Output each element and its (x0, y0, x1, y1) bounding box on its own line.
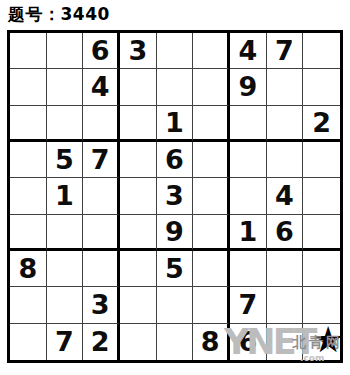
sudoku-cell-given: 4 (230, 33, 267, 69)
sudoku-cell-empty[interactable] (120, 215, 157, 251)
sudoku-cell-empty[interactable] (193, 287, 230, 323)
sudoku-cell-empty[interactable] (303, 215, 340, 251)
sudoku-cell-given: 1 (157, 106, 194, 142)
sudoku-cell-empty[interactable] (193, 142, 230, 178)
sudoku-cell-given: 3 (83, 287, 120, 323)
sudoku-cell-empty[interactable] (120, 106, 157, 142)
sudoku-cell-empty[interactable] (193, 33, 230, 69)
sudoku-cell-empty[interactable] (10, 69, 47, 105)
sudoku-cell-empty[interactable] (47, 33, 84, 69)
sudoku-cell-empty[interactable] (303, 69, 340, 105)
sudoku-cell-empty[interactable] (120, 287, 157, 323)
sudoku-cell-empty[interactable] (120, 324, 157, 360)
sudoku-cell-empty[interactable] (10, 324, 47, 360)
sudoku-cell-empty[interactable] (83, 215, 120, 251)
sudoku-cell-empty[interactable] (157, 287, 194, 323)
sudoku-cell-given: 4 (83, 69, 120, 105)
sudoku-cell-empty[interactable] (303, 178, 340, 214)
sudoku-cell-empty[interactable] (157, 69, 194, 105)
sudoku-cell-empty[interactable] (10, 106, 47, 142)
sudoku-cell-empty[interactable] (193, 251, 230, 287)
sudoku-cell-given: 7 (230, 287, 267, 323)
sudoku-cell-given: 6 (267, 215, 304, 251)
sudoku-cell-empty[interactable] (157, 33, 194, 69)
sudoku-cell-empty[interactable] (47, 215, 84, 251)
sudoku-cell-given: 5 (157, 251, 194, 287)
sudoku-cell-empty[interactable] (303, 251, 340, 287)
sudoku-cell-given: 7 (47, 324, 84, 360)
sudoku-cell-given: 7 (83, 142, 120, 178)
sudoku-cell-empty[interactable] (267, 287, 304, 323)
sudoku-cell-given: 9 (157, 215, 194, 251)
sudoku-cell-empty[interactable] (120, 178, 157, 214)
sudoku-cell-empty[interactable] (193, 106, 230, 142)
sudoku-cell-empty[interactable] (303, 142, 340, 178)
sudoku-cell-empty[interactable] (47, 251, 84, 287)
sudoku-cell-empty[interactable] (120, 142, 157, 178)
sudoku-cell-empty[interactable] (230, 251, 267, 287)
sudoku-cell-given: 8 (10, 251, 47, 287)
sudoku-cell-empty[interactable] (10, 178, 47, 214)
sudoku-cell-empty[interactable] (193, 69, 230, 105)
sudoku-cell-given: 1 (47, 178, 84, 214)
ynet-watermark: YNET .com ★ 北青网 (224, 329, 350, 365)
sudoku-cell-empty[interactable] (83, 251, 120, 287)
sudoku-cell-given: 2 (83, 324, 120, 360)
sudoku-board: 6347491257613491685377286 (7, 30, 343, 363)
sudoku-cell-empty[interactable] (230, 178, 267, 214)
sudoku-cell-given: 2 (303, 106, 340, 142)
sudoku-cell-empty[interactable] (230, 142, 267, 178)
sudoku-cell-empty[interactable] (10, 215, 47, 251)
sudoku-cell-empty[interactable] (193, 215, 230, 251)
sudoku-cell-empty[interactable] (47, 106, 84, 142)
sudoku-cell-given: 4 (267, 178, 304, 214)
puzzle-title: 题号：3440 (8, 3, 110, 26)
sudoku-cell-empty[interactable] (83, 178, 120, 214)
sudoku-cell-empty[interactable] (267, 106, 304, 142)
sudoku-cell-given: 9 (230, 69, 267, 105)
sudoku-cell-empty[interactable] (120, 251, 157, 287)
sudoku-cell-empty[interactable] (120, 69, 157, 105)
sudoku-cell-empty[interactable] (193, 178, 230, 214)
watermark-cn-name: 北青网 (292, 334, 343, 352)
sudoku-cell-empty[interactable] (47, 69, 84, 105)
sudoku-cell-given: 3 (157, 178, 194, 214)
sudoku-cell-empty[interactable] (10, 33, 47, 69)
sudoku-cell-empty[interactable] (267, 142, 304, 178)
sudoku-cell-given: 6 (157, 142, 194, 178)
sudoku-cell-empty[interactable] (267, 69, 304, 105)
sudoku-cell-empty[interactable] (157, 324, 194, 360)
sudoku-cell-given: 3 (120, 33, 157, 69)
sudoku-cell-empty[interactable] (267, 251, 304, 287)
sudoku-cell-empty[interactable] (303, 33, 340, 69)
sudoku-cell-given: 6 (83, 33, 120, 69)
sudoku-cell-empty[interactable] (10, 287, 47, 323)
sudoku-cell-given: 5 (47, 142, 84, 178)
sudoku-cell-given: 1 (230, 215, 267, 251)
sudoku-cell-empty[interactable] (47, 287, 84, 323)
sudoku-cell-empty[interactable] (10, 142, 47, 178)
sudoku-cell-given: 7 (267, 33, 304, 69)
sudoku-cell-empty[interactable] (230, 106, 267, 142)
sudoku-cell-empty[interactable] (83, 106, 120, 142)
